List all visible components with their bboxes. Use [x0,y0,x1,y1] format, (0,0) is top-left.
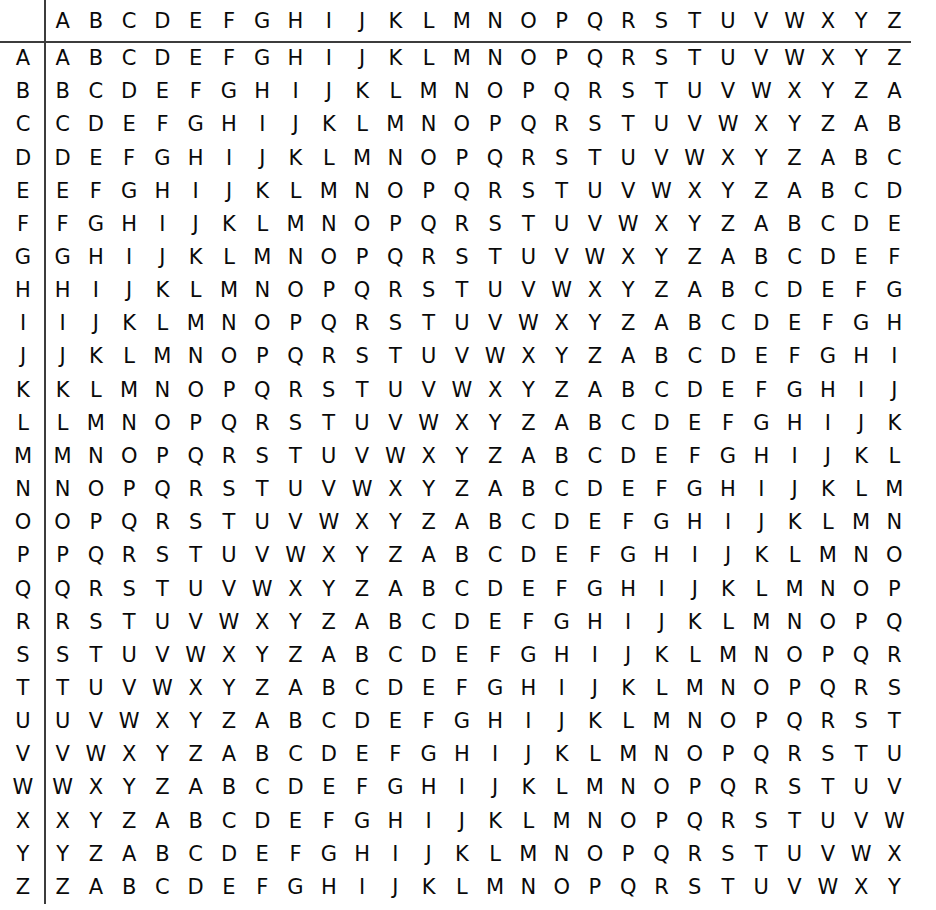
cell-GR: X [612,241,645,274]
cell-RI: Z [312,606,345,639]
cell-OK: Y [379,506,412,539]
cell-FR: W [612,208,645,241]
cell-AN: N [478,42,511,75]
cell-JG: P [246,340,279,373]
cell-CR: T [612,108,645,141]
cell-ZQ: P [578,871,611,904]
cell-IW: E [778,307,811,340]
cell-ZW: V [778,871,811,904]
cell-FN: S [478,208,511,241]
cell-BE: F [179,75,212,108]
cell-FJ: O [345,208,378,241]
cell-BY: Z [844,75,877,108]
cell-YQ: O [578,838,611,871]
cell-DY: B [844,141,877,174]
cell-RH: Y [279,606,312,639]
col-header-X: X [811,0,844,42]
cell-HU: B [711,274,744,307]
cell-KC: M [113,374,146,407]
cell-WC: Y [113,771,146,804]
cell-ZL: K [412,871,445,904]
cell-OE: S [179,506,212,539]
cell-WI: E [312,771,345,804]
cell-UP: J [545,705,578,738]
cell-AE: E [179,42,212,75]
cell-WD: Z [146,771,179,804]
cell-MM: Y [445,440,478,473]
cell-WU: Q [711,771,744,804]
cell-OX: L [811,506,844,539]
cell-RC: T [113,606,146,639]
cell-NJ: W [345,473,378,506]
cell-OI: W [312,506,345,539]
cell-GU: A [711,241,744,274]
cell-LD: O [146,407,179,440]
cell-NF: S [212,473,245,506]
cell-NL: Y [412,473,445,506]
cell-RS: J [645,606,678,639]
cell-GV: B [745,241,778,274]
cell-SX: P [811,639,844,672]
cell-UZ: T [878,705,911,738]
col-header-F: F [212,0,245,42]
cell-XI: F [312,805,345,838]
cell-CS: U [645,108,678,141]
cell-MV: H [745,440,778,473]
cell-PN: C [478,539,511,572]
cell-MX: J [811,440,844,473]
cell-IQ: Y [578,307,611,340]
cell-PE: T [179,539,212,572]
cell-SL: D [412,639,445,672]
cell-ZU: T [711,871,744,904]
cell-ZP: O [545,871,578,904]
cell-YE: C [179,838,212,871]
cell-QL: B [412,572,445,605]
cell-XB: Y [79,805,112,838]
cell-CW: Y [778,108,811,141]
row-header-V: V [0,738,46,771]
cell-KU: E [711,374,744,407]
cell-QG: W [246,572,279,605]
cell-DX: A [811,141,844,174]
cell-BI: J [312,75,345,108]
cell-GQ: W [578,241,611,274]
cell-GM: S [445,241,478,274]
cell-RL: C [412,606,445,639]
cell-FX: C [811,208,844,241]
cell-JB: K [79,340,112,373]
cell-HQ: X [578,274,611,307]
cell-GB: H [79,241,112,274]
row-header-Y: Y [0,838,46,871]
cell-PC: R [113,539,146,572]
cell-EY: C [844,175,877,208]
row-header-U: U [0,705,46,738]
col-header-M: M [445,0,478,42]
cell-AI: I [312,42,345,75]
cell-QB: R [79,572,112,605]
cell-DP: S [545,141,578,174]
cell-EC: G [113,175,146,208]
cell-FW: B [778,208,811,241]
row-header-S: S [0,639,46,672]
cell-RB: S [79,606,112,639]
cell-YV: T [745,838,778,871]
col-header-C: C [113,0,146,42]
cell-FP: U [545,208,578,241]
cell-HD: K [146,274,179,307]
cell-TR: K [612,672,645,705]
cell-CY: A [844,108,877,141]
cell-KX: H [811,374,844,407]
cell-AZ: Z [878,42,911,75]
cell-HP: W [545,274,578,307]
cell-BF: G [212,75,245,108]
cell-SW: O [778,639,811,672]
cell-CL: N [412,108,445,141]
cell-RP: G [545,606,578,639]
cell-JS: B [645,340,678,373]
cell-PF: U [212,539,245,572]
cell-YA: Y [46,838,79,871]
cell-XS: P [645,805,678,838]
cell-TZ: S [878,672,911,705]
cell-FK: P [379,208,412,241]
cell-QK: A [379,572,412,605]
cell-CB: D [79,108,112,141]
cell-SI: A [312,639,345,672]
cell-YZ: X [878,838,911,871]
cell-BC: D [113,75,146,108]
col-header-W: W [778,0,811,42]
cell-VY: T [844,738,877,771]
cell-DC: F [113,141,146,174]
cell-DQ: T [578,141,611,174]
cell-EL: P [412,175,445,208]
cell-JV: E [745,340,778,373]
cell-ST: L [678,639,711,672]
cell-WX: T [811,771,844,804]
cell-HX: E [811,274,844,307]
cell-LN: Y [478,407,511,440]
cell-QN: D [478,572,511,605]
cell-DV: Y [745,141,778,174]
col-header-R: R [612,0,645,42]
cell-PZ: O [878,539,911,572]
cell-GH: N [279,241,312,274]
cell-CK: M [379,108,412,141]
cell-HG: N [246,274,279,307]
cell-VG: B [246,738,279,771]
cell-ID: L [146,307,179,340]
cell-TD: W [146,672,179,705]
cell-YI: G [312,838,345,871]
cell-KB: L [79,374,112,407]
cell-EA: E [46,175,79,208]
cell-JA: J [46,340,79,373]
cell-ZZ: Y [878,871,911,904]
cell-DO: R [512,141,545,174]
cell-BZ: A [878,75,911,108]
cell-JD: M [146,340,179,373]
cell-NK: X [379,473,412,506]
cell-IE: M [179,307,212,340]
cell-MI: U [312,440,345,473]
cell-PI: X [312,539,345,572]
cell-FB: G [79,208,112,241]
cell-HZ: G [878,274,911,307]
cell-JU: D [711,340,744,373]
cell-QE: U [179,572,212,605]
cell-RU: L [711,606,744,639]
cell-HW: D [778,274,811,307]
cell-HI: P [312,274,345,307]
cell-UN: H [478,705,511,738]
cell-XL: I [412,805,445,838]
cell-VB: W [79,738,112,771]
cell-LS: D [645,407,678,440]
cell-SJ: B [345,639,378,672]
cell-FZ: E [878,208,911,241]
cell-NM: Z [445,473,478,506]
cell-JF: O [212,340,245,373]
cell-QF: V [212,572,245,605]
cell-UK: E [379,705,412,738]
cell-SU: M [711,639,744,672]
cell-CQ: S [578,108,611,141]
col-header-Z: Z [878,0,911,42]
cell-AX: X [811,42,844,75]
cell-TX: Q [811,672,844,705]
cell-NW: J [778,473,811,506]
row-header-Q: Q [0,572,46,605]
cell-FG: L [246,208,279,241]
cell-CP: R [545,108,578,141]
cell-XG: D [246,805,279,838]
cell-EI: M [312,175,345,208]
cell-VO: J [512,738,545,771]
cell-YM: K [445,838,478,871]
cell-SC: U [113,639,146,672]
cell-UO: I [512,705,545,738]
cell-GX: D [811,241,844,274]
cell-KT: D [678,374,711,407]
cell-CN: P [478,108,511,141]
cell-MT: F [678,440,711,473]
col-header-H: H [279,0,312,42]
cell-ZX: W [811,871,844,904]
cell-OR: F [612,506,645,539]
cell-JT: C [678,340,711,373]
cell-XJ: G [345,805,378,838]
cell-BU: V [711,75,744,108]
cell-UY: S [844,705,877,738]
cell-DR: U [612,141,645,174]
cell-QW: M [778,572,811,605]
cell-OF: T [212,506,245,539]
cell-VF: A [212,738,245,771]
cell-IH: P [279,307,312,340]
col-header-U: U [711,0,744,42]
cell-KE: O [179,374,212,407]
cell-NH: U [279,473,312,506]
cell-GT: Z [678,241,711,274]
cell-PL: A [412,539,445,572]
cell-XD: A [146,805,179,838]
cell-YK: I [379,838,412,871]
cell-HC: J [113,274,146,307]
cell-GA: G [46,241,79,274]
cell-ZY: X [844,871,877,904]
cell-RD: U [146,606,179,639]
cell-LQ: B [578,407,611,440]
cell-LA: L [46,407,79,440]
cell-DU: X [711,141,744,174]
cell-WJ: F [345,771,378,804]
cell-MR: D [612,440,645,473]
cell-HR: Y [612,274,645,307]
cell-BX: Y [811,75,844,108]
cell-SQ: I [578,639,611,672]
cell-RQ: H [578,606,611,639]
cell-LO: Z [512,407,545,440]
cell-QH: X [279,572,312,605]
cell-XO: L [512,805,545,838]
cell-XR: O [612,805,645,838]
cell-JE: N [179,340,212,373]
cell-AQ: Q [578,42,611,75]
cell-BB: C [79,75,112,108]
cell-PY: N [844,539,877,572]
cell-EM: Q [445,175,478,208]
col-header-K: K [379,0,412,42]
cell-PG: V [246,539,279,572]
cell-QX: N [811,572,844,605]
cell-CF: H [212,108,245,141]
cell-TY: R [844,672,877,705]
cell-DT: W [678,141,711,174]
cell-ZH: G [279,871,312,904]
cell-UV: P [745,705,778,738]
cell-RY: P [844,606,877,639]
cell-SV: N [745,639,778,672]
cell-KL: V [412,374,445,407]
cell-KF: P [212,374,245,407]
cell-PW: L [778,539,811,572]
row-header-P: P [0,539,46,572]
cell-CU: W [711,108,744,141]
row-header-C: C [0,108,46,141]
cell-GY: E [844,241,877,274]
cell-UM: G [445,705,478,738]
cell-FI: N [312,208,345,241]
cell-CD: F [146,108,179,141]
cell-ZC: B [113,871,146,904]
cell-SR: J [612,639,645,672]
row-header-W: W [0,771,46,804]
cell-LP: A [545,407,578,440]
cell-BO: P [512,75,545,108]
cell-IL: T [412,307,445,340]
cell-UC: W [113,705,146,738]
cell-QP: F [545,572,578,605]
corner-cell [0,0,46,42]
cell-RJ: A [345,606,378,639]
col-header-I: I [312,0,345,42]
row-header-L: L [0,407,46,440]
cell-JL: U [412,340,445,373]
cell-JH: Q [279,340,312,373]
cell-XK: H [379,805,412,838]
cell-WO: K [512,771,545,804]
cell-LL: W [412,407,445,440]
cell-HE: L [179,274,212,307]
cell-GL: R [412,241,445,274]
cell-PH: W [279,539,312,572]
cell-IF: N [212,307,245,340]
cell-CA: C [46,108,79,141]
cell-ZF: E [212,871,245,904]
cell-MZ: L [878,440,911,473]
cell-AM: M [445,42,478,75]
cell-DA: D [46,141,79,174]
tabula-recta-page: ABCDEFGHIJKLMNOPQRSTUVWXYZAABCDEFGHIJKLM… [0,0,936,910]
cell-NS: F [645,473,678,506]
cell-ER: V [612,175,645,208]
cell-FF: K [212,208,245,241]
cell-DK: N [379,141,412,174]
cell-JQ: Z [578,340,611,373]
cell-TV: O [745,672,778,705]
cell-ZS: R [645,871,678,904]
cell-SO: G [512,639,545,672]
cell-FE: J [179,208,212,241]
cell-YC: A [113,838,146,871]
cell-KN: X [478,374,511,407]
cell-WE: A [179,771,212,804]
cell-XF: C [212,805,245,838]
cell-DG: J [246,141,279,174]
cell-QM: C [445,572,478,605]
cell-HV: C [745,274,778,307]
cell-RT: K [678,606,711,639]
cell-ZD: C [146,871,179,904]
cell-KY: I [844,374,877,407]
cell-CG: I [246,108,279,141]
cell-PA: P [46,539,79,572]
cell-SH: Z [279,639,312,672]
cell-LR: C [612,407,645,440]
row-header-I: I [0,307,46,340]
cell-CX: Z [811,108,844,141]
cell-IC: K [113,307,146,340]
cell-XV: S [745,805,778,838]
cell-KH: R [279,374,312,407]
cell-XE: B [179,805,212,838]
cell-WP: L [545,771,578,804]
cell-ZA: Z [46,871,79,904]
cell-KS: C [645,374,678,407]
cell-ZV: U [745,871,778,904]
cell-AP: P [545,42,578,75]
cell-MD: P [146,440,179,473]
cell-MF: R [212,440,245,473]
cell-WR: N [612,771,645,804]
cell-IN: V [478,307,511,340]
cell-YY: W [844,838,877,871]
cell-ZB: A [79,871,112,904]
